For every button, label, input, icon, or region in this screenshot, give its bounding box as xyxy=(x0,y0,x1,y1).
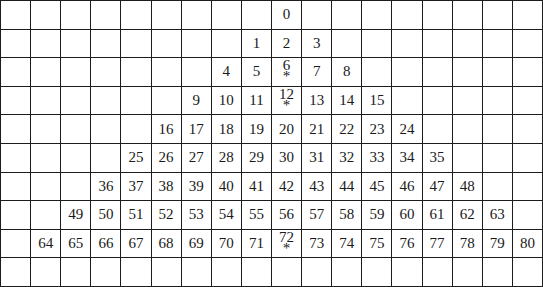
grid-cell-73: 73 xyxy=(302,230,331,258)
grid-cell-empty xyxy=(91,144,120,172)
grid-cell-41: 41 xyxy=(242,173,271,201)
grid-cell-36: 36 xyxy=(91,173,120,201)
grid-cell-31: 31 xyxy=(302,144,331,172)
grid-cell-empty xyxy=(513,30,542,58)
cell-number: 70 xyxy=(219,236,234,251)
grid-cell-empty xyxy=(483,30,512,58)
cell-number: 59 xyxy=(369,207,384,222)
grid-cell-21: 21 xyxy=(302,115,331,143)
grid-cell-49: 49 xyxy=(61,201,90,229)
cell-number: 16 xyxy=(159,122,174,137)
grid-cell-empty xyxy=(31,201,60,229)
grid-cell-empty xyxy=(513,87,542,115)
grid-cell-empty xyxy=(61,58,90,86)
grid-cell-80: 80 xyxy=(513,230,542,258)
cell-number: 52 xyxy=(159,207,174,222)
cell-number: 71 xyxy=(249,236,264,251)
cell-number: 47 xyxy=(430,179,445,194)
grid-cell-0: 0 xyxy=(272,1,301,29)
grid-cell-empty xyxy=(392,30,421,58)
grid-cell-empty xyxy=(152,58,181,86)
grid-cell-empty xyxy=(423,258,452,286)
cell-number: 15 xyxy=(369,93,384,108)
grid-cell-68: 68 xyxy=(152,230,181,258)
grid-cell-70: 70 xyxy=(212,230,241,258)
grid-cell-empty xyxy=(513,201,542,229)
grid-cell-38: 38 xyxy=(152,173,181,201)
cell-number: 61 xyxy=(430,207,445,222)
grid-cell-13: 13 xyxy=(302,87,331,115)
grid-cell-empty xyxy=(212,258,241,286)
cell-number: 78 xyxy=(460,236,475,251)
grid-cell-empty xyxy=(453,87,482,115)
grid-cell-53: 53 xyxy=(182,201,211,229)
grid-cell-empty xyxy=(453,30,482,58)
cell-number: 4 xyxy=(223,64,231,79)
grid-cell-empty xyxy=(212,1,241,29)
grid-cell-74: 74 xyxy=(332,230,361,258)
grid-cell-empty xyxy=(513,1,542,29)
grid-cell-empty xyxy=(453,258,482,286)
cell-number: 36 xyxy=(98,179,113,194)
grid-cell-empty xyxy=(362,1,391,29)
grid-cell-empty xyxy=(392,58,421,86)
grid-cell-empty xyxy=(152,258,181,286)
grid-cell-empty xyxy=(423,87,452,115)
cell-number: 34 xyxy=(399,150,414,165)
cell-number: 54 xyxy=(219,207,234,222)
grid-cell-empty xyxy=(31,115,60,143)
grid-cell-22: 22 xyxy=(332,115,361,143)
grid-cell-empty xyxy=(61,258,90,286)
grid-cell-empty xyxy=(31,87,60,115)
grid-cell-57: 57 xyxy=(302,201,331,229)
grid-cell-50: 50 xyxy=(91,201,120,229)
cell-number: 77 xyxy=(430,236,445,251)
grid-cell-empty xyxy=(483,87,512,115)
cell-number: 79 xyxy=(490,236,505,251)
grid-cell-empty xyxy=(392,1,421,29)
grid-cell-76: 76 xyxy=(392,230,421,258)
grid-cell-empty xyxy=(152,30,181,58)
grid-cell-empty xyxy=(453,1,482,29)
grid-cell-24: 24 xyxy=(392,115,421,143)
grid-cell-65: 65 xyxy=(61,230,90,258)
asterisk-mark: * xyxy=(283,72,291,84)
grid-cell-48: 48 xyxy=(453,173,482,201)
grid-cell-empty xyxy=(1,58,30,86)
cell-number: 60 xyxy=(399,207,414,222)
cell-number: 45 xyxy=(369,179,384,194)
grid-cell-empty xyxy=(121,58,150,86)
cell-number: 48 xyxy=(460,179,475,194)
grid-cell-empty xyxy=(483,258,512,286)
grid-cell-6: 6* xyxy=(272,58,301,86)
cell-number: 39 xyxy=(189,179,204,194)
grid-cell-empty xyxy=(1,1,30,29)
cell-number: 27 xyxy=(189,150,204,165)
grid-cell-empty xyxy=(121,115,150,143)
grid-cell-empty xyxy=(31,58,60,86)
grid-cell-empty xyxy=(31,144,60,172)
grid-cell-8: 8 xyxy=(332,58,361,86)
cell-number: 3 xyxy=(313,36,321,51)
grid-cell-54: 54 xyxy=(212,201,241,229)
grid-cell-35: 35 xyxy=(423,144,452,172)
cell-number: 42 xyxy=(279,179,294,194)
grid-cell-empty xyxy=(513,115,542,143)
grid-cell-empty xyxy=(121,1,150,29)
cell-number: 2 xyxy=(283,36,291,51)
cell-number: 37 xyxy=(128,179,143,194)
grid-cell-empty xyxy=(31,173,60,201)
grid-cell-empty xyxy=(332,258,361,286)
cell-number: 67 xyxy=(128,236,143,251)
grid-cell-9: 9 xyxy=(182,87,211,115)
grid-cell-7: 7 xyxy=(302,58,331,86)
cell-number: 43 xyxy=(309,179,324,194)
grid-cell-empty xyxy=(1,30,30,58)
cell-number: 56 xyxy=(279,207,294,222)
cell-number: 8 xyxy=(343,64,351,79)
grid-cell-40: 40 xyxy=(212,173,241,201)
grid-cell-29: 29 xyxy=(242,144,271,172)
grid-cell-empty xyxy=(513,258,542,286)
grid-cell-empty xyxy=(1,258,30,286)
grid-cell-33: 33 xyxy=(362,144,391,172)
grid-cell-55: 55 xyxy=(242,201,271,229)
grid-cell-empty xyxy=(423,30,452,58)
grid-cell-empty xyxy=(31,258,60,286)
cell-number: 7 xyxy=(313,64,321,79)
grid-cell-empty xyxy=(152,87,181,115)
grid-cell-empty xyxy=(392,258,421,286)
cell-number: 0 xyxy=(283,7,291,22)
cell-number: 44 xyxy=(339,179,354,194)
grid-cell-empty xyxy=(423,58,452,86)
grid-cell-45: 45 xyxy=(362,173,391,201)
grid-cell-empty xyxy=(242,1,271,29)
grid-cell-empty xyxy=(91,58,120,86)
grid-cell-67: 67 xyxy=(121,230,150,258)
asterisk-mark: * xyxy=(283,101,291,113)
grid-cell-75: 75 xyxy=(362,230,391,258)
cell-number: 5 xyxy=(253,64,261,79)
grid-cell-12: 12* xyxy=(272,87,301,115)
grid-cell-47: 47 xyxy=(423,173,452,201)
grid-cell-empty xyxy=(483,58,512,86)
grid-cell-3: 3 xyxy=(302,30,331,58)
grid-cell-58: 58 xyxy=(332,201,361,229)
grid-cell-60: 60 xyxy=(392,201,421,229)
grid-cell-56: 56 xyxy=(272,201,301,229)
cell-number: 68 xyxy=(159,236,174,251)
grid-cell-empty xyxy=(453,144,482,172)
grid-cell-72: 72* xyxy=(272,230,301,258)
grid-cell-empty xyxy=(61,115,90,143)
grid-cell-66: 66 xyxy=(91,230,120,258)
grid-cell-empty xyxy=(61,173,90,201)
grid-cell-empty xyxy=(423,1,452,29)
cell-number: 24 xyxy=(399,122,414,137)
cell-number: 33 xyxy=(369,150,384,165)
grid-cell-empty xyxy=(362,30,391,58)
grid-cell-14: 14 xyxy=(332,87,361,115)
grid-cell-empty xyxy=(91,30,120,58)
grid-cell-37: 37 xyxy=(121,173,150,201)
grid-cell-19: 19 xyxy=(242,115,271,143)
grid-cell-25: 25 xyxy=(121,144,150,172)
cell-number: 21 xyxy=(309,122,324,137)
grid-cell-23: 23 xyxy=(362,115,391,143)
grid-cell-69: 69 xyxy=(182,230,211,258)
cell-number: 29 xyxy=(249,150,264,165)
cell-number: 17 xyxy=(189,122,204,137)
grid-cell-empty xyxy=(91,115,120,143)
grid-cell-empty xyxy=(182,258,211,286)
grid-cell-empty xyxy=(362,258,391,286)
number-grid-diagram: 0123456*789101112*1314151617181920212223… xyxy=(0,0,543,287)
grid-cell-63: 63 xyxy=(483,201,512,229)
grid-cell-empty xyxy=(1,144,30,172)
grid-cell-empty xyxy=(182,1,211,29)
grid-cell-79: 79 xyxy=(483,230,512,258)
cell-number: 31 xyxy=(309,150,324,165)
cell-number: 75 xyxy=(369,236,384,251)
cell-number: 51 xyxy=(128,207,143,222)
cell-number: 66 xyxy=(98,236,113,251)
number-grid-board: 0123456*789101112*1314151617181920212223… xyxy=(0,0,543,287)
grid-cell-1: 1 xyxy=(242,30,271,58)
grid-cell-empty xyxy=(31,30,60,58)
grid-cell-empty xyxy=(483,173,512,201)
grid-cell-17: 17 xyxy=(182,115,211,143)
grid-cell-empty xyxy=(513,58,542,86)
cell-number: 30 xyxy=(279,150,294,165)
grid-cell-78: 78 xyxy=(453,230,482,258)
grid-cell-empty xyxy=(332,30,361,58)
grid-cell-empty xyxy=(483,144,512,172)
grid-cell-77: 77 xyxy=(423,230,452,258)
grid-cell-empty xyxy=(61,144,90,172)
cell-number: 10 xyxy=(219,93,234,108)
cell-number: 23 xyxy=(369,122,384,137)
grid-cell-empty xyxy=(302,1,331,29)
grid-cell-62: 62 xyxy=(453,201,482,229)
grid-cell-empty xyxy=(423,115,452,143)
grid-cell-16: 16 xyxy=(152,115,181,143)
grid-cell-empty xyxy=(121,87,150,115)
grid-cell-42: 42 xyxy=(272,173,301,201)
grid-cell-61: 61 xyxy=(423,201,452,229)
cell-number: 65 xyxy=(68,236,83,251)
grid-cell-empty xyxy=(1,230,30,258)
grid-cell-empty xyxy=(453,115,482,143)
cell-number: 1 xyxy=(253,36,261,51)
grid-cell-18: 18 xyxy=(212,115,241,143)
grid-cell-39: 39 xyxy=(182,173,211,201)
cell-number: 55 xyxy=(249,207,264,222)
cell-number: 80 xyxy=(520,236,535,251)
grid-cell-empty xyxy=(61,30,90,58)
grid-cell-46: 46 xyxy=(392,173,421,201)
cell-number: 57 xyxy=(309,207,324,222)
grid-cell-empty xyxy=(1,87,30,115)
grid-cell-51: 51 xyxy=(121,201,150,229)
cell-number: 13 xyxy=(309,93,324,108)
cell-number: 73 xyxy=(309,236,324,251)
grid-cell-empty xyxy=(453,58,482,86)
grid-cell-empty xyxy=(152,1,181,29)
cell-number: 50 xyxy=(98,207,113,222)
cell-number: 63 xyxy=(490,207,505,222)
grid-cell-empty xyxy=(242,258,271,286)
cell-number: 46 xyxy=(399,179,414,194)
grid-cell-44: 44 xyxy=(332,173,361,201)
cell-number: 49 xyxy=(68,207,83,222)
grid-cell-71: 71 xyxy=(242,230,271,258)
grid-cell-34: 34 xyxy=(392,144,421,172)
cell-number: 62 xyxy=(460,207,475,222)
grid-cell-26: 26 xyxy=(152,144,181,172)
grid-cell-empty xyxy=(1,173,30,201)
grid-cell-empty xyxy=(272,258,301,286)
grid-cell-empty xyxy=(61,87,90,115)
grid-cell-empty xyxy=(121,30,150,58)
grid-cell-11: 11 xyxy=(242,87,271,115)
grid-cell-empty xyxy=(91,87,120,115)
grid-cell-64: 64 xyxy=(31,230,60,258)
cell-number: 64 xyxy=(38,236,53,251)
grid-cell-4: 4 xyxy=(212,58,241,86)
grid-cell-empty xyxy=(1,201,30,229)
grid-cell-43: 43 xyxy=(302,173,331,201)
cell-number: 40 xyxy=(219,179,234,194)
cell-number: 11 xyxy=(249,93,263,108)
cell-number: 19 xyxy=(249,122,264,137)
grid-cell-empty xyxy=(302,258,331,286)
grid-cell-empty xyxy=(91,258,120,286)
asterisk-mark: * xyxy=(283,244,291,256)
grid-cell-empty xyxy=(513,144,542,172)
grid-cell-empty xyxy=(61,1,90,29)
grid-cell-empty xyxy=(483,115,512,143)
grid-cell-empty xyxy=(212,30,241,58)
cell-number: 28 xyxy=(219,150,234,165)
cell-number: 74 xyxy=(339,236,354,251)
grid-cell-2: 2 xyxy=(272,30,301,58)
cell-number: 38 xyxy=(159,179,174,194)
cell-number: 76 xyxy=(399,236,414,251)
cell-number: 26 xyxy=(159,150,174,165)
cell-number: 58 xyxy=(339,207,354,222)
cell-number: 32 xyxy=(339,150,354,165)
cell-number: 35 xyxy=(430,150,445,165)
cell-number: 18 xyxy=(219,122,234,137)
grid-cell-empty xyxy=(91,1,120,29)
grid-cell-empty xyxy=(483,1,512,29)
grid-cell-empty xyxy=(362,58,391,86)
cell-number: 14 xyxy=(339,93,354,108)
cell-number: 41 xyxy=(249,179,264,194)
cell-number: 20 xyxy=(279,122,294,137)
grid-cell-5: 5 xyxy=(242,58,271,86)
grid-cell-10: 10 xyxy=(212,87,241,115)
cell-number: 25 xyxy=(128,150,143,165)
grid-cell-empty xyxy=(1,115,30,143)
grid-cell-empty xyxy=(332,1,361,29)
grid-cell-30: 30 xyxy=(272,144,301,172)
grid-cell-20: 20 xyxy=(272,115,301,143)
grid-cell-28: 28 xyxy=(212,144,241,172)
grid-cell-empty xyxy=(31,1,60,29)
grid-cell-32: 32 xyxy=(332,144,361,172)
cell-number: 9 xyxy=(192,93,200,108)
cell-number: 69 xyxy=(189,236,204,251)
grid-cell-empty xyxy=(392,87,421,115)
grid-cell-empty xyxy=(182,30,211,58)
grid-cell-15: 15 xyxy=(362,87,391,115)
grid-cell-52: 52 xyxy=(152,201,181,229)
grid-cell-empty xyxy=(182,58,211,86)
grid-cell-empty xyxy=(513,173,542,201)
grid-cell-59: 59 xyxy=(362,201,391,229)
grid-cell-27: 27 xyxy=(182,144,211,172)
grid-cell-empty xyxy=(121,258,150,286)
cell-number: 22 xyxy=(339,122,354,137)
cell-number: 53 xyxy=(189,207,204,222)
